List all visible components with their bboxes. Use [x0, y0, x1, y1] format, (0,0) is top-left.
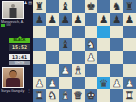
piece-white-pawn[interactable]: ♟ [48, 78, 57, 89]
bottom-player-clock: 13:41 [9, 54, 30, 60]
square-e1[interactable]: ♚ [85, 89, 98, 102]
square-a6[interactable] [33, 26, 46, 39]
square-d6[interactable] [72, 26, 85, 39]
square-h3[interactable] [123, 64, 136, 77]
square-g1[interactable] [110, 89, 123, 102]
square-b5[interactable] [46, 38, 59, 51]
flag-icon [1, 24, 5, 27]
square-d7[interactable]: ♟ [72, 13, 85, 26]
piece-white-knight[interactable]: ♞ [48, 90, 57, 101]
square-h6[interactable] [123, 26, 136, 39]
square-e7[interactable] [85, 13, 98, 26]
square-b4[interactable] [46, 51, 59, 64]
top-player-title: GM [6, 24, 11, 28]
piece-black-pawn[interactable]: ♟ [99, 14, 108, 25]
square-a8[interactable]: ♜ [33, 0, 46, 13]
square-a2[interactable]: ♟ [33, 77, 46, 90]
square-d3[interactable]: ♝ [72, 64, 85, 77]
square-c1[interactable]: ♝ [59, 89, 72, 102]
piece-white-king[interactable]: ♚ [86, 90, 95, 101]
square-a4[interactable] [33, 51, 46, 64]
square-f4[interactable] [97, 51, 110, 64]
square-b3[interactable] [46, 64, 59, 77]
square-a5[interactable] [33, 38, 46, 51]
square-e8[interactable]: ♚ [85, 0, 98, 13]
square-h8[interactable]: ♜ [123, 0, 136, 13]
piece-white-bishop[interactable]: ♝ [60, 90, 69, 101]
piece-black-pawn[interactable]: ♟ [35, 14, 44, 25]
square-d5[interactable] [72, 38, 85, 51]
piece-black-pawn[interactable]: ♟ [112, 14, 121, 25]
top-player-clock: 15:52 [9, 44, 30, 51]
piece-white-rook[interactable]: ♜ [35, 90, 44, 101]
square-g4[interactable] [110, 51, 123, 64]
square-e2[interactable] [85, 77, 98, 90]
square-g8[interactable]: ♞ [110, 0, 123, 13]
piece-white-bishop[interactable]: ♝ [73, 65, 82, 76]
square-d2[interactable] [72, 77, 85, 90]
piece-white-pawn[interactable]: ♟ [60, 65, 69, 76]
square-b2[interactable]: ♟ [46, 77, 59, 90]
piece-white-queen[interactable]: ♛ [73, 90, 82, 101]
square-e3[interactable] [85, 64, 98, 77]
square-c3[interactable]: ♟ [59, 64, 72, 77]
square-c2[interactable] [59, 77, 72, 90]
sidebar-toolbar: ♟ ▤ [24, 0, 32, 5]
square-c7[interactable]: ♟ [59, 13, 72, 26]
piece-black-pawn[interactable]: ♟ [125, 14, 134, 25]
square-g3[interactable] [110, 64, 123, 77]
square-f7[interactable]: ♟ [97, 13, 110, 26]
square-g5[interactable] [110, 38, 123, 51]
more-options-icon[interactable]: ⋮ [27, 89, 31, 93]
square-g7[interactable]: ♟ [110, 13, 123, 26]
square-f6[interactable] [97, 26, 110, 39]
chess-board: ♜♝♚♞♜♟♟♟♟♟♟♟♝♞♟♟♝♟♟♛♟♟♜♞♝♛♚♜ [33, 0, 136, 102]
piece-white-rook[interactable]: ♜ [125, 90, 134, 101]
piece-white-pawn[interactable]: ♟ [112, 78, 121, 89]
square-h7[interactable]: ♟ [123, 13, 136, 26]
square-b8[interactable] [46, 0, 59, 13]
piece-black-rook[interactable]: ♜ [35, 1, 44, 12]
bottom-player-photo [2, 67, 24, 88]
square-a1[interactable]: ♜ [33, 89, 46, 102]
square-b6[interactable] [46, 26, 59, 39]
top-player-side-badge: BLACK [9, 38, 30, 43]
piece-white-pawn[interactable]: ♟ [125, 78, 134, 89]
piece-black-queen[interactable]: ♛ [99, 78, 108, 89]
square-h5[interactable] [123, 38, 136, 51]
top-player-photo [2, 1, 24, 19]
square-h2[interactable]: ♟ [123, 77, 136, 90]
square-e5[interactable]: ♞ [85, 38, 98, 51]
piece-black-king[interactable]: ♚ [86, 1, 95, 12]
square-b1[interactable]: ♞ [46, 89, 59, 102]
pieces-icon[interactable]: ♟ [24, 0, 28, 5]
square-d4[interactable] [72, 51, 85, 64]
bottom-player-photo-figure [10, 71, 17, 78]
square-e4[interactable]: ♟ [85, 51, 98, 64]
piece-black-pawn[interactable]: ♟ [48, 14, 57, 25]
square-g6[interactable] [110, 26, 123, 39]
piece-white-pawn[interactable]: ♟ [86, 52, 95, 63]
square-c8[interactable]: ♝ [59, 0, 72, 13]
piece-white-knight[interactable]: ♞ [86, 39, 95, 50]
square-a7[interactable]: ♟ [33, 13, 46, 26]
square-f3[interactable] [97, 64, 110, 77]
square-d1[interactable]: ♛ [72, 89, 85, 102]
chess-broadcast-app: ♟ ▤ Morozevich, A. GM BLACK 15:52 13:41 … [0, 0, 136, 102]
piece-black-bishop[interactable]: ♝ [60, 1, 69, 12]
square-h1[interactable]: ♜ [123, 89, 136, 102]
sidebar: ♟ ▤ Morozevich, A. GM BLACK 15:52 13:41 … [0, 0, 33, 102]
piece-black-pawn[interactable]: ♟ [60, 14, 69, 25]
square-e6[interactable] [85, 26, 98, 39]
square-b7[interactable]: ♟ [46, 13, 59, 26]
square-c5[interactable]: ♝ [59, 38, 72, 51]
square-f8[interactable] [97, 0, 110, 13]
square-f1[interactable] [97, 89, 110, 102]
square-h4[interactable] [123, 51, 136, 64]
square-f5[interactable] [97, 38, 110, 51]
top-player-meta: GM [1, 24, 11, 28]
grid-icon[interactable]: ▤ [28, 0, 32, 5]
square-c4[interactable] [59, 51, 72, 64]
square-c6[interactable] [59, 26, 72, 39]
piece-black-bishop[interactable]: ♝ [60, 39, 69, 50]
square-f2[interactable]: ♛ [97, 77, 110, 90]
bottom-player-side-badge: WHITE [9, 61, 30, 66]
square-d8[interactable] [72, 0, 85, 13]
piece-white-pawn[interactable]: ♟ [35, 78, 44, 89]
piece-black-rook[interactable]: ♜ [125, 1, 134, 12]
square-g2[interactable]: ♟ [110, 77, 123, 90]
piece-black-pawn[interactable]: ♟ [73, 14, 82, 25]
square-a3[interactable] [33, 64, 46, 77]
piece-black-knight[interactable]: ♞ [112, 1, 121, 12]
bottom-player-name: Surya Ganguly [1, 89, 28, 93]
